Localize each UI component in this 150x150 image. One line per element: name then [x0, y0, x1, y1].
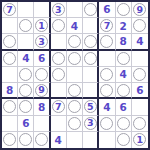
- cell-r7c6[interactable]: 5: [83, 99, 99, 115]
- odd-marker-circle: [35, 68, 48, 81]
- cell-r8c5[interactable]: [67, 116, 83, 132]
- odd-marker-circle: 3: [84, 117, 97, 130]
- cell-r7c1[interactable]: [2, 99, 18, 115]
- cell-r7c2[interactable]: [18, 99, 34, 115]
- cell-r5c4[interactable]: [51, 67, 67, 83]
- cell-r3c5[interactable]: [67, 34, 83, 50]
- given-digit: 4: [55, 135, 62, 146]
- given-digit: 6: [136, 85, 143, 96]
- odd-marker-circle: [68, 52, 81, 65]
- odd-marker-circle: 7: [3, 3, 16, 16]
- cell-r7c7[interactable]: 4: [99, 99, 115, 115]
- cell-r6c3[interactable]: 9: [34, 83, 50, 99]
- cell-r6c6[interactable]: [83, 83, 99, 99]
- cell-r9c5[interactable]: [67, 132, 83, 148]
- odd-marker-circle: 7: [100, 19, 113, 32]
- odd-marker-circle: [35, 133, 48, 146]
- odd-marker-circle: [133, 117, 146, 130]
- cell-r7c8[interactable]: 6: [116, 99, 132, 115]
- cell-r3c9[interactable]: 4: [132, 34, 148, 50]
- cell-r6c1[interactable]: 8: [2, 83, 18, 99]
- cell-r4c9[interactable]: [132, 51, 148, 67]
- given-digit: 5: [87, 102, 94, 112]
- given-digit: 1: [38, 21, 45, 31]
- odd-marker-circle: [52, 52, 65, 65]
- cell-r1c6[interactable]: [83, 2, 99, 18]
- cell-r9c4[interactable]: 4: [51, 132, 67, 148]
- cell-r2c5[interactable]: 4: [67, 18, 83, 34]
- given-digit: 6: [38, 53, 45, 64]
- cell-r9c1[interactable]: [2, 132, 18, 148]
- cell-r6c7[interactable]: [99, 83, 115, 99]
- cell-r4c4[interactable]: [51, 51, 67, 67]
- odd-marker-circle: [117, 133, 130, 146]
- cell-r6c8[interactable]: [116, 83, 132, 99]
- odd-marker-circle: 1: [133, 133, 146, 146]
- odd-marker-circle: [117, 3, 130, 16]
- given-digit: 9: [137, 5, 144, 15]
- odd-marker-circle: [68, 84, 81, 97]
- odd-marker-circle: [3, 100, 16, 113]
- cell-r7c5[interactable]: [67, 99, 83, 115]
- odd-marker-circle: [19, 19, 32, 32]
- cell-r5c5[interactable]: [67, 67, 83, 83]
- cell-r5c2[interactable]: [18, 67, 34, 83]
- odd-marker-circle: [3, 52, 16, 65]
- cell-r1c9[interactable]: 9: [132, 2, 148, 18]
- odd-marker-circle: [19, 84, 32, 97]
- odd-marker-circle: [133, 19, 146, 32]
- given-digit: 7: [55, 102, 62, 112]
- given-digit: 9: [38, 85, 45, 95]
- odd-marker-circle: [117, 52, 130, 65]
- odd-marker-circle: [100, 84, 113, 97]
- cell-r9c6[interactable]: [83, 132, 99, 148]
- odd-marker-circle: 3: [35, 35, 48, 48]
- odd-marker-circle: 5: [84, 100, 97, 113]
- odd-marker-circle: [84, 52, 97, 65]
- given-digit: 7: [6, 5, 13, 15]
- given-digit: 3: [55, 5, 62, 15]
- odd-marker-circle: [100, 35, 113, 48]
- cell-r7c4[interactable]: 7: [51, 99, 67, 115]
- given-digit: 4: [136, 36, 143, 47]
- cell-r5c3[interactable]: [34, 67, 50, 83]
- odd-marker-circle: [100, 117, 113, 130]
- given-digit: 8: [6, 85, 13, 96]
- cell-r8c3[interactable]: [34, 116, 50, 132]
- cell-r8c4[interactable]: [51, 116, 67, 132]
- odd-marker-circle: [68, 117, 81, 130]
- cell-r2c3[interactable]: 1: [34, 18, 50, 34]
- odd-marker-circle: [19, 133, 32, 146]
- odd-marker-circle: [68, 100, 81, 113]
- odd-marker-circle: [19, 100, 32, 113]
- given-digit: 7: [104, 21, 111, 31]
- cell-r3c6[interactable]: [83, 34, 99, 50]
- cell-r5c7[interactable]: [99, 67, 115, 83]
- cell-r4c2[interactable]: 4: [18, 51, 34, 67]
- cell-r4c6[interactable]: [83, 51, 99, 67]
- cell-r8c1[interactable]: [2, 116, 18, 132]
- cell-r3c3[interactable]: 3: [34, 34, 50, 50]
- cell-r9c8[interactable]: [116, 132, 132, 148]
- cell-r6c5[interactable]: [67, 83, 83, 99]
- cell-r1c2[interactable]: [18, 2, 34, 18]
- given-digit: 3: [38, 37, 45, 47]
- cell-r4c1[interactable]: [2, 51, 18, 67]
- cell-r2c8[interactable]: 2: [116, 18, 132, 34]
- cell-r8c7[interactable]: [99, 116, 115, 132]
- cell-r8c9[interactable]: [132, 116, 148, 132]
- cell-r1c1[interactable]: 7: [2, 2, 18, 18]
- cell-r5c1[interactable]: [2, 67, 18, 83]
- odd-marker-circle: [3, 133, 16, 146]
- cell-r1c4[interactable]: 3: [51, 2, 67, 18]
- odd-marker-circle: [52, 19, 65, 32]
- cell-r6c4[interactable]: [51, 83, 67, 99]
- cell-r7c3[interactable]: 8: [34, 99, 50, 115]
- cell-r3c8[interactable]: 8: [116, 34, 132, 50]
- odd-marker-circle: [19, 68, 32, 81]
- cell-r1c5[interactable]: [67, 2, 83, 18]
- cell-r3c2[interactable]: [18, 34, 34, 50]
- cell-r4c8[interactable]: [116, 51, 132, 67]
- cell-r2c9[interactable]: [132, 18, 148, 34]
- given-digit: 6: [120, 102, 127, 113]
- given-digit: 1: [137, 135, 144, 145]
- odd-marker-circle: 1: [35, 19, 48, 32]
- sudoku-board: 73691472384464896875466341: [0, 0, 150, 150]
- cell-r8c8[interactable]: [116, 116, 132, 132]
- cell-r4c5[interactable]: [67, 51, 83, 67]
- cell-r9c3[interactable]: [34, 132, 50, 148]
- given-digit: 4: [103, 102, 110, 113]
- cell-r2c6[interactable]: [83, 18, 99, 34]
- cell-r8c6[interactable]: 3: [83, 116, 99, 132]
- cell-r7c9[interactable]: [132, 99, 148, 115]
- cell-r5c9[interactable]: [132, 67, 148, 83]
- given-digit: 4: [22, 53, 29, 64]
- odd-marker-circle: 9: [133, 3, 146, 16]
- cell-r4c3[interactable]: 6: [34, 51, 50, 67]
- given-digit: 4: [120, 69, 127, 80]
- odd-marker-circle: [117, 117, 130, 130]
- cell-r9c7[interactable]: [99, 132, 115, 148]
- given-digit: 3: [87, 118, 94, 128]
- cell-r5c8[interactable]: 4: [116, 67, 132, 83]
- odd-marker-circle: [117, 84, 130, 97]
- cell-r2c2[interactable]: [18, 18, 34, 34]
- odd-marker-circle: [52, 68, 65, 81]
- cell-r4c7[interactable]: [99, 51, 115, 67]
- cell-r3c1[interactable]: [2, 34, 18, 50]
- given-digit: 6: [103, 4, 110, 15]
- odd-marker-circle: [3, 35, 16, 48]
- cell-r9c2[interactable]: [18, 132, 34, 148]
- odd-marker-circle: 3: [52, 3, 65, 16]
- odd-marker-circle: [84, 35, 97, 48]
- cell-r3c4[interactable]: [51, 34, 67, 50]
- cell-r5c6[interactable]: [83, 67, 99, 83]
- cell-r6c2[interactable]: [18, 83, 34, 99]
- given-digit: 4: [71, 21, 78, 32]
- odd-marker-circle: [84, 3, 97, 16]
- cell-r1c8[interactable]: [116, 2, 132, 18]
- cell-r2c7[interactable]: 7: [99, 18, 115, 34]
- odd-marker-circle: [68, 35, 81, 48]
- given-digit: 2: [120, 21, 127, 32]
- given-digit: 8: [120, 36, 127, 47]
- odd-marker-circle: [133, 68, 146, 81]
- odd-marker-circle: 7: [52, 100, 65, 113]
- given-digit: 6: [22, 118, 29, 129]
- cell-r6c9[interactable]: 6: [132, 83, 148, 99]
- cell-r1c3[interactable]: [34, 2, 50, 18]
- cell-r2c4[interactable]: [51, 18, 67, 34]
- cell-r9c9[interactable]: 1: [132, 132, 148, 148]
- odd-marker-circle: 9: [35, 84, 48, 97]
- cell-r2c1[interactable]: [2, 18, 18, 34]
- cell-r1c7[interactable]: 6: [99, 2, 115, 18]
- given-digit: 8: [38, 102, 45, 113]
- cell-r3c7[interactable]: [99, 34, 115, 50]
- odd-marker-circle: [100, 68, 113, 81]
- cell-r8c2[interactable]: 6: [18, 116, 34, 132]
